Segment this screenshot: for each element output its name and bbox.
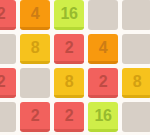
tile-8-r3c5: 8 [122,68,150,98]
empty-cell-r4c1 [0,102,16,132]
tile-2-r1c1: 2 [0,0,16,30]
board-2048[interactable]: 241682428282216 [0,0,150,132]
tile-16-r1c3: 16 [54,0,84,30]
empty-cell-r3c2 [20,68,50,98]
empty-cell-r1c4 [88,0,118,30]
tile-2-r4c2: 2 [20,102,50,132]
tile-4-r2c4: 4 [88,34,118,64]
tile-8-r3c3: 8 [54,68,84,98]
empty-cell-r2c5 [122,34,150,64]
empty-cell-r2c1 [0,34,16,64]
empty-cell-r1c5 [122,0,150,30]
tile-16-r4c4: 16 [88,102,118,132]
tile-2-r4c3: 2 [54,102,84,132]
tile-8-r2c2: 8 [20,34,50,64]
empty-cell-r4c5 [122,102,150,132]
tile-2-r2c3: 2 [54,34,84,64]
tile-4-r1c2: 4 [20,0,50,30]
tile-2-r3c1: 2 [0,68,16,98]
tile-2-r3c4: 2 [88,68,118,98]
